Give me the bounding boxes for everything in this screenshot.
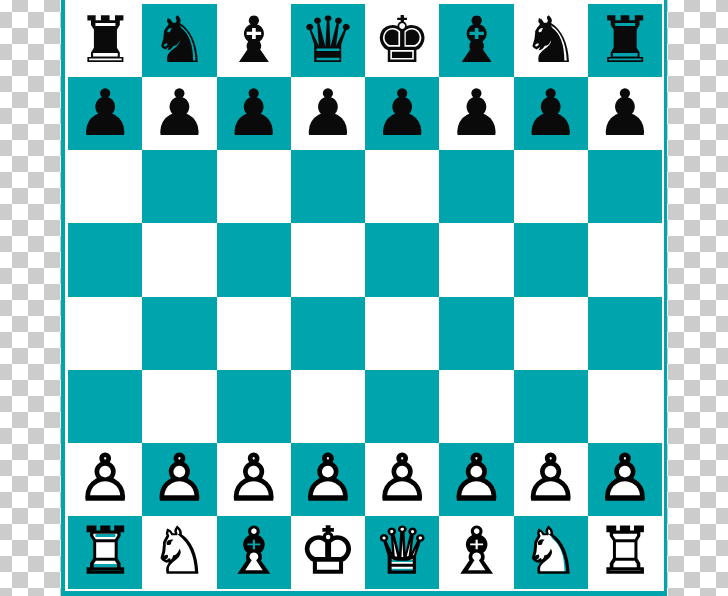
- square-d1[interactable]: ♚♔: [291, 516, 365, 589]
- white-piece-outline-layer: ♖: [76, 519, 133, 583]
- square-g1[interactable]: ♞♘: [514, 516, 588, 589]
- square-c3[interactable]: [217, 370, 291, 443]
- white-knight[interactable]: ♞♘: [151, 519, 208, 583]
- square-e4[interactable]: [365, 297, 439, 370]
- white-piece-outline-layer: ♙: [522, 446, 579, 510]
- white-pawn[interactable]: ♟♙: [299, 446, 356, 510]
- black-knight[interactable]: ♞: [522, 8, 579, 72]
- square-h3[interactable]: [588, 370, 662, 443]
- black-piece-body: ♛: [299, 8, 356, 72]
- square-f7[interactable]: ♟: [439, 77, 513, 150]
- square-e5[interactable]: [365, 223, 439, 296]
- square-d7[interactable]: ♟: [291, 77, 365, 150]
- white-piece-outline-layer: ♙: [596, 446, 653, 510]
- black-pawn[interactable]: ♟: [373, 81, 430, 145]
- square-f6[interactable]: [439, 150, 513, 223]
- black-pawn[interactable]: ♟: [596, 81, 653, 145]
- square-h8[interactable]: ♜: [588, 4, 662, 77]
- transparent-background: ♜♞♝♛♚♝♞♜♟♟♟♟♟♟♟♟♟♙♟♙♟♙♟♙♟♙♟♙♟♙♟♙♜♖♞♘♝♗♚♔…: [0, 0, 728, 596]
- square-g2[interactable]: ♟♙: [514, 443, 588, 516]
- square-g8[interactable]: ♞: [514, 4, 588, 77]
- square-c2[interactable]: ♟♙: [217, 443, 291, 516]
- square-a6[interactable]: [68, 150, 142, 223]
- square-b4[interactable]: [142, 297, 216, 370]
- black-piece-body: ♟: [448, 81, 505, 145]
- square-g6[interactable]: [514, 150, 588, 223]
- square-e2[interactable]: ♟♙: [365, 443, 439, 516]
- black-piece-body: ♞: [151, 8, 208, 72]
- white-piece-outline-layer: ♙: [373, 446, 430, 510]
- square-d8[interactable]: ♛: [291, 4, 365, 77]
- square-c1[interactable]: ♝♗: [217, 516, 291, 589]
- square-a5[interactable]: [68, 223, 142, 296]
- black-pawn[interactable]: ♟: [76, 81, 133, 145]
- square-d6[interactable]: [291, 150, 365, 223]
- square-b3[interactable]: [142, 370, 216, 443]
- white-pawn[interactable]: ♟♙: [76, 446, 133, 510]
- square-f8[interactable]: ♝: [439, 4, 513, 77]
- white-bishop[interactable]: ♝♗: [448, 519, 505, 583]
- black-king[interactable]: ♚: [373, 8, 430, 72]
- black-piece-body: ♟: [76, 81, 133, 145]
- black-piece-body: ♟: [373, 81, 430, 145]
- board-frame: ♜♞♝♛♚♝♞♜♟♟♟♟♟♟♟♟♟♙♟♙♟♙♟♙♟♙♟♙♟♙♟♙♜♖♞♘♝♗♚♔…: [61, 0, 667, 596]
- square-f3[interactable]: [439, 370, 513, 443]
- white-piece-outline-layer: ♙: [448, 446, 505, 510]
- square-a8[interactable]: ♜: [68, 4, 142, 77]
- square-f5[interactable]: [439, 223, 513, 296]
- black-queen[interactable]: ♛: [299, 8, 356, 72]
- black-piece-body: ♜: [596, 8, 653, 72]
- square-b8[interactable]: ♞: [142, 4, 216, 77]
- black-knight[interactable]: ♞: [151, 8, 208, 72]
- black-pawn[interactable]: ♟: [448, 81, 505, 145]
- white-piece-outline-layer: ♘: [522, 519, 579, 583]
- white-piece-outline-layer: ♙: [151, 446, 208, 510]
- square-b5[interactable]: [142, 223, 216, 296]
- black-piece-body: ♟: [299, 81, 356, 145]
- black-piece-body: ♞: [522, 8, 579, 72]
- white-pawn[interactable]: ♟♙: [522, 446, 579, 510]
- square-a2[interactable]: ♟♙: [68, 443, 142, 516]
- square-c4[interactable]: [217, 297, 291, 370]
- black-piece-body: ♜: [76, 8, 133, 72]
- square-g4[interactable]: [514, 297, 588, 370]
- square-a7[interactable]: ♟: [68, 77, 142, 150]
- square-e3[interactable]: [365, 370, 439, 443]
- white-piece-outline-layer: ♔: [299, 519, 356, 583]
- square-a4[interactable]: [68, 297, 142, 370]
- black-piece-body: ♟: [225, 81, 282, 145]
- white-piece-outline-layer: ♖: [596, 519, 653, 583]
- black-piece-body: ♟: [151, 81, 208, 145]
- square-f1[interactable]: ♝♗: [439, 516, 513, 589]
- black-piece-body: ♝: [225, 8, 282, 72]
- black-rook[interactable]: ♜: [76, 8, 133, 72]
- square-f4[interactable]: [439, 297, 513, 370]
- square-c8[interactable]: ♝: [217, 4, 291, 77]
- white-piece-outline-layer: ♙: [76, 446, 133, 510]
- white-piece-outline-layer: ♕: [373, 519, 430, 583]
- white-piece-outline-layer: ♙: [299, 446, 356, 510]
- square-e8[interactable]: ♚: [365, 4, 439, 77]
- black-piece-body: ♝: [448, 8, 505, 72]
- white-pawn[interactable]: ♟♙: [596, 446, 653, 510]
- white-rook[interactable]: ♜♖: [596, 519, 653, 583]
- square-c7[interactable]: ♟: [217, 77, 291, 150]
- black-pawn[interactable]: ♟: [151, 81, 208, 145]
- square-g3[interactable]: [514, 370, 588, 443]
- white-piece-outline-layer: ♙: [225, 446, 282, 510]
- square-d5[interactable]: [291, 223, 365, 296]
- black-piece-body: ♚: [373, 8, 430, 72]
- square-h5[interactable]: [588, 223, 662, 296]
- square-d3[interactable]: [291, 370, 365, 443]
- white-piece-outline-layer: ♗: [225, 519, 282, 583]
- white-pawn[interactable]: ♟♙: [151, 446, 208, 510]
- square-b7[interactable]: ♟: [142, 77, 216, 150]
- square-a1[interactable]: ♜♖: [68, 516, 142, 589]
- black-pawn[interactable]: ♟: [522, 81, 579, 145]
- white-bishop[interactable]: ♝♗: [225, 519, 282, 583]
- black-bishop[interactable]: ♝: [448, 8, 505, 72]
- white-piece-outline-layer: ♗: [448, 519, 505, 583]
- square-g5[interactable]: [514, 223, 588, 296]
- black-bishop[interactable]: ♝: [225, 8, 282, 72]
- white-piece-outline-layer: ♘: [151, 519, 208, 583]
- square-b2[interactable]: ♟♙: [142, 443, 216, 516]
- black-piece-body: ♟: [596, 81, 653, 145]
- square-h2[interactable]: ♟♙: [588, 443, 662, 516]
- square-e1[interactable]: ♛♕: [365, 516, 439, 589]
- white-rook[interactable]: ♜♖: [76, 519, 133, 583]
- square-a3[interactable]: [68, 370, 142, 443]
- square-b1[interactable]: ♞♘: [142, 516, 216, 589]
- square-h6[interactable]: [588, 150, 662, 223]
- square-c5[interactable]: [217, 223, 291, 296]
- square-h4[interactable]: [588, 297, 662, 370]
- square-c6[interactable]: [217, 150, 291, 223]
- square-e7[interactable]: ♟: [365, 77, 439, 150]
- black-piece-body: ♟: [522, 81, 579, 145]
- white-knight[interactable]: ♞♘: [522, 519, 579, 583]
- chess-board: ♜♞♝♛♚♝♞♜♟♟♟♟♟♟♟♟♟♙♟♙♟♙♟♙♟♙♟♙♟♙♟♙♜♖♞♘♝♗♚♔…: [68, 4, 662, 589]
- black-pawn[interactable]: ♟: [299, 81, 356, 145]
- black-pawn[interactable]: ♟: [225, 81, 282, 145]
- square-f2[interactable]: ♟♙: [439, 443, 513, 516]
- white-king[interactable]: ♚♔: [299, 519, 356, 583]
- square-g7[interactable]: ♟: [514, 77, 588, 150]
- white-pawn[interactable]: ♟♙: [373, 446, 430, 510]
- square-h7[interactable]: ♟: [588, 77, 662, 150]
- white-queen[interactable]: ♛♕: [373, 519, 430, 583]
- square-h1[interactable]: ♜♖: [588, 516, 662, 589]
- square-d2[interactable]: ♟♙: [291, 443, 365, 516]
- white-pawn[interactable]: ♟♙: [225, 446, 282, 510]
- black-rook[interactable]: ♜: [596, 8, 653, 72]
- square-d4[interactable]: [291, 297, 365, 370]
- square-b6[interactable]: [142, 150, 216, 223]
- white-pawn[interactable]: ♟♙: [448, 446, 505, 510]
- square-e6[interactable]: [365, 150, 439, 223]
